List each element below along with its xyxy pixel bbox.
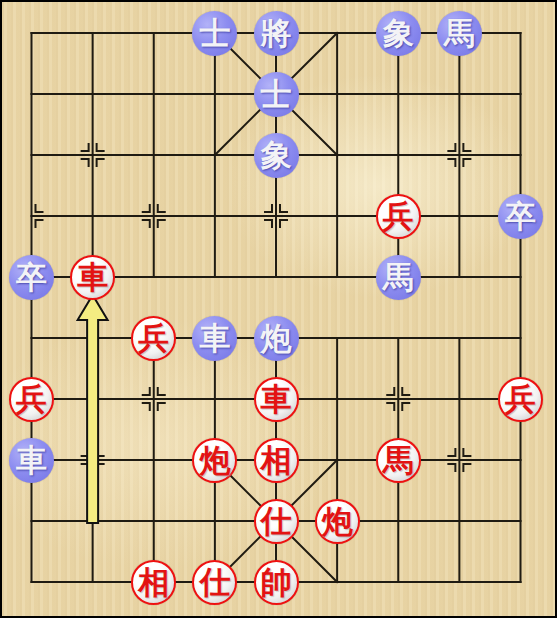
piece-red-chariot[interactable]: 車 <box>70 255 115 300</box>
point-marker <box>36 220 43 227</box>
point-marker <box>280 220 287 227</box>
piece-blue-elephant[interactable]: 象 <box>254 133 299 178</box>
piece-red-elephant[interactable]: 相 <box>254 438 299 483</box>
point-marker <box>448 144 455 151</box>
piece-blue-advisor[interactable]: 士 <box>192 11 237 56</box>
piece-red-cannon[interactable]: 炮 <box>192 438 237 483</box>
piece-blue-cannon[interactable]: 炮 <box>254 316 299 361</box>
point-marker <box>36 205 43 212</box>
point-marker <box>143 388 150 395</box>
point-marker <box>280 205 287 212</box>
piece-red-pawn[interactable]: 兵 <box>498 377 543 422</box>
point-marker <box>265 220 272 227</box>
point-marker <box>97 159 104 166</box>
board-frame: 士將象馬士象兵卒卒車馬兵車炮兵車兵車炮相馬仕炮相仕帥 <box>0 0 557 618</box>
point-marker <box>143 220 150 227</box>
piece-red-advisor[interactable]: 仕 <box>254 499 299 544</box>
point-marker <box>97 144 104 151</box>
xiangqi-app-window: 士將象馬士象兵卒卒車馬兵車炮兵車兵車炮相馬仕炮相仕帥 <box>0 0 559 621</box>
piece-red-pawn[interactable]: 兵 <box>376 194 421 239</box>
move-arrow <box>78 295 108 523</box>
piece-blue-pawn[interactable]: 卒 <box>498 194 543 239</box>
point-marker <box>448 159 455 166</box>
point-marker <box>82 159 89 166</box>
piece-red-pawn[interactable]: 兵 <box>131 316 176 361</box>
piece-red-chariot[interactable]: 車 <box>254 377 299 422</box>
point-marker <box>463 449 470 456</box>
point-marker <box>158 205 165 212</box>
piece-blue-chariot[interactable]: 車 <box>9 438 54 483</box>
piece-red-cannon[interactable]: 炮 <box>315 499 360 544</box>
piece-red-horse[interactable]: 馬 <box>376 438 421 483</box>
point-marker <box>387 403 394 410</box>
point-marker <box>387 388 394 395</box>
point-marker <box>158 220 165 227</box>
point-marker <box>448 449 455 456</box>
point-marker <box>82 144 89 151</box>
point-marker <box>158 403 165 410</box>
piece-blue-horse[interactable]: 馬 <box>437 11 482 56</box>
point-marker <box>402 388 409 395</box>
point-marker <box>463 159 470 166</box>
piece-blue-advisor[interactable]: 士 <box>254 72 299 117</box>
piece-blue-horse[interactable]: 馬 <box>376 255 421 300</box>
piece-red-elephant[interactable]: 相 <box>131 560 176 605</box>
point-marker <box>143 403 150 410</box>
point-marker <box>158 388 165 395</box>
piece-blue-elephant[interactable]: 象 <box>376 11 421 56</box>
point-marker <box>463 464 470 471</box>
point-marker <box>402 403 409 410</box>
point-marker <box>143 205 150 212</box>
point-marker <box>265 205 272 212</box>
piece-red-advisor[interactable]: 仕 <box>192 560 237 605</box>
point-marker <box>448 464 455 471</box>
point-marker <box>463 144 470 151</box>
piece-blue-general[interactable]: 將 <box>254 11 299 56</box>
piece-red-pawn[interactable]: 兵 <box>9 377 54 422</box>
piece-blue-chariot[interactable]: 車 <box>192 316 237 361</box>
piece-blue-pawn[interactable]: 卒 <box>9 255 54 300</box>
piece-red-general[interactable]: 帥 <box>254 560 299 605</box>
